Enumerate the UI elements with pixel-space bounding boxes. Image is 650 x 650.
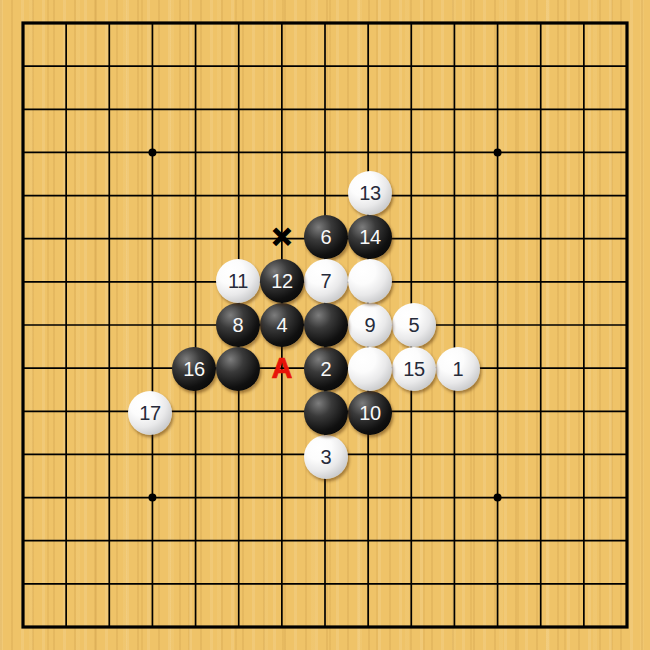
intersection-cell: 2 (304, 347, 348, 391)
intersection-cell: 11 (216, 259, 260, 303)
stone-number: 14 (359, 227, 380, 247)
intersection-cell: 4 (260, 303, 304, 347)
intersection-cell: × (260, 215, 304, 259)
intersection-cell: 10 (348, 391, 392, 435)
cross-marker: × (272, 219, 292, 253)
board-intersections[interactable]: 1234567891011121314151617×A (1, 1, 648, 648)
intersection-cell: 9 (348, 303, 392, 347)
intersection-cell: 17 (128, 391, 172, 435)
intersection-cell: 12 (260, 259, 304, 303)
intersection-cell: 5 (392, 303, 436, 347)
intersection-cell: 15 (392, 347, 436, 391)
stone-black-plain[interactable] (304, 303, 348, 347)
stone-number: 6 (321, 227, 332, 247)
stone-number: 10 (359, 403, 380, 423)
intersection-cell: 13 (348, 171, 392, 215)
stone-black-2[interactable]: 2 (304, 347, 348, 391)
stone-white-3[interactable]: 3 (304, 435, 348, 479)
stone-black-8[interactable]: 8 (216, 303, 260, 347)
intersection-cell: 7 (304, 259, 348, 303)
stone-number: 11 (228, 271, 248, 291)
stone-white-plain[interactable] (348, 259, 392, 303)
stone-black-6[interactable]: 6 (304, 215, 348, 259)
intersection-cell (348, 347, 392, 391)
intersection-cell: 8 (216, 303, 260, 347)
stone-black-plain[interactable] (216, 347, 260, 391)
stone-number: 17 (139, 403, 160, 423)
stone-black-4[interactable]: 4 (260, 303, 304, 347)
stone-white-7[interactable]: 7 (304, 259, 348, 303)
stone-white-13[interactable]: 13 (348, 171, 392, 215)
intersection-cell (348, 259, 392, 303)
stone-number: 16 (183, 359, 204, 379)
intersection-cell: A (260, 347, 304, 391)
stone-number: 15 (403, 359, 424, 379)
stone-white-5[interactable]: 5 (392, 303, 436, 347)
intersection-cell (216, 347, 260, 391)
stone-number: 13 (359, 183, 380, 203)
go-board[interactable]: 1234567891011121314151617×A (0, 0, 650, 650)
stone-white-15[interactable]: 15 (392, 347, 436, 391)
stone-number: 5 (409, 315, 420, 335)
stone-white-11[interactable]: 11 (216, 259, 260, 303)
stone-number: 4 (277, 315, 288, 335)
stone-black-14[interactable]: 14 (348, 215, 392, 259)
intersection-cell: 1 (436, 347, 480, 391)
stone-number: 2 (321, 359, 332, 379)
stone-white-17[interactable]: 17 (128, 391, 172, 435)
intersection-cell: 6 (304, 215, 348, 259)
intersection-cell (304, 391, 348, 435)
stone-number: 3 (321, 447, 332, 467)
stone-number: 8 (233, 315, 244, 335)
stone-number: 9 (365, 315, 376, 335)
letter-marker: A (271, 354, 292, 383)
stone-white-1[interactable]: 1 (436, 347, 480, 391)
stone-black-10[interactable]: 10 (348, 391, 392, 435)
intersection-cell: 3 (304, 435, 348, 479)
stone-white-plain[interactable] (348, 347, 392, 391)
stone-black-16[interactable]: 16 (172, 347, 216, 391)
stone-black-plain[interactable] (304, 391, 348, 435)
stone-white-9[interactable]: 9 (348, 303, 392, 347)
intersection-cell: 16 (172, 347, 216, 391)
intersection-cell: 14 (348, 215, 392, 259)
stone-number: 1 (453, 359, 464, 379)
stone-number: 7 (321, 271, 332, 291)
stone-black-12[interactable]: 12 (260, 259, 304, 303)
intersection-cell (304, 303, 348, 347)
stone-number: 12 (271, 271, 292, 291)
